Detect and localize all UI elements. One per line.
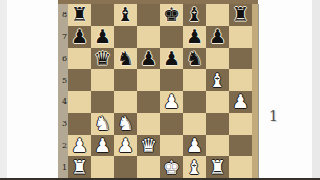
piece-black-bishop[interactable]: ♝ [117,5,134,24]
square-f1[interactable]: ♝ [183,156,206,178]
piece-black-king[interactable]: ♚ [163,5,180,24]
square-b6[interactable]: ♛ [91,48,114,70]
square-c1[interactable] [114,156,137,178]
square-c5[interactable] [114,69,137,91]
piece-white-rook[interactable]: ♜ [209,158,226,177]
square-d5[interactable] [137,69,160,91]
square-g5[interactable]: ♝ [206,69,229,91]
rank-label-margin: 87654321 [58,4,68,178]
square-d3[interactable] [137,113,160,135]
rank-label-4: 4 [58,91,67,113]
piece-black-pawn[interactable]: ♟ [94,27,111,46]
bottom-frame-edge [0,178,320,180]
piece-white-pawn[interactable]: ♟ [163,92,180,111]
square-e3[interactable] [160,113,183,135]
square-b1[interactable] [91,156,114,178]
square-g8[interactable] [206,4,229,26]
piece-white-bishop[interactable]: ♝ [209,71,226,90]
left-gray-strip [0,0,7,180]
square-e2[interactable] [160,135,183,157]
square-e4[interactable]: ♟ [160,91,183,113]
square-d8[interactable] [137,4,160,26]
piece-white-pawn[interactable]: ♟ [232,92,249,111]
square-b4[interactable] [91,91,114,113]
square-b5[interactable] [91,69,114,91]
square-c8[interactable]: ♝ [114,4,137,26]
piece-black-pawn[interactable]: ♟ [140,49,157,68]
square-b2[interactable]: ♟ [91,135,114,157]
square-f2[interactable]: ♟ [183,135,206,157]
square-e6[interactable]: ♟ [160,48,183,70]
rank-label-5: 5 [58,69,67,91]
square-h3[interactable] [229,113,252,135]
square-c4[interactable] [114,91,137,113]
square-f5[interactable] [183,69,206,91]
square-f7[interactable]: ♟ [183,26,206,48]
square-e1[interactable]: ♚ [160,156,183,178]
piece-black-pawn[interactable]: ♟ [163,49,180,68]
square-a2[interactable]: ♟ [68,135,91,157]
square-h8[interactable]: ♜ [229,4,252,26]
board-grid: ♜♝♚♝♜♟♟♟♟♛♞♟♟♞♝♟♟♞♞♟♟♟♛♟♜♚♝♜ [68,4,252,178]
piece-white-bishop[interactable]: ♝ [186,158,203,177]
square-f3[interactable] [183,113,206,135]
square-g3[interactable] [206,113,229,135]
square-d7[interactable] [137,26,160,48]
square-a1[interactable]: ♜ [68,156,91,178]
square-h5[interactable] [229,69,252,91]
piece-black-knight[interactable]: ♞ [117,49,134,68]
square-a6[interactable] [68,48,91,70]
square-c6[interactable]: ♞ [114,48,137,70]
piece-white-knight[interactable]: ♞ [117,114,134,133]
piece-white-pawn[interactable]: ♟ [186,136,203,155]
chess-board: 87654321 ♜♝♚♝♜♟♟♟♟♛♞♟♟♞♝♟♟♞♞♟♟♟♛♟♜♚♝♜ [58,0,259,180]
square-h4[interactable]: ♟ [229,91,252,113]
piece-black-bishop[interactable]: ♝ [186,5,203,24]
square-d1[interactable] [137,156,160,178]
square-b8[interactable] [91,4,114,26]
square-b3[interactable]: ♞ [91,113,114,135]
piece-black-pawn[interactable]: ♟ [209,27,226,46]
piece-black-pawn[interactable]: ♟ [71,27,88,46]
square-g1[interactable]: ♜ [206,156,229,178]
square-c3[interactable]: ♞ [114,113,137,135]
piece-black-queen[interactable]: ♛ [94,49,111,68]
square-f6[interactable]: ♞ [183,48,206,70]
square-d2[interactable]: ♛ [137,135,160,157]
piece-white-rook[interactable]: ♜ [71,158,88,177]
square-h2[interactable] [229,135,252,157]
square-e8[interactable]: ♚ [160,4,183,26]
board-right-border [252,4,259,178]
square-a3[interactable] [68,113,91,135]
square-c2[interactable]: ♟ [114,135,137,157]
video-frame: 87654321 ♜♝♚♝♜♟♟♟♟♛♞♟♟♞♝♟♟♞♞♟♟♟♛♟♜♚♝♜ 1 [0,0,320,180]
rank-label-8: 8 [58,4,67,26]
square-a7[interactable]: ♟ [68,26,91,48]
rank-label-2: 2 [58,135,67,157]
square-h6[interactable] [229,48,252,70]
piece-white-pawn[interactable]: ♟ [71,136,88,155]
square-a4[interactable] [68,91,91,113]
piece-white-queen[interactable]: ♛ [140,136,157,155]
piece-white-king[interactable]: ♚ [163,158,180,177]
move-number: 1 [269,108,278,124]
square-f8[interactable]: ♝ [183,4,206,26]
piece-white-knight[interactable]: ♞ [94,114,111,133]
rank-label-7: 7 [58,26,67,48]
rank-label-3: 3 [58,113,67,135]
piece-black-pawn[interactable]: ♟ [186,27,203,46]
square-h1[interactable] [229,156,252,178]
square-g6[interactable] [206,48,229,70]
square-e5[interactable] [160,69,183,91]
piece-black-rook[interactable]: ♜ [232,5,249,24]
square-e7[interactable] [160,26,183,48]
square-g2[interactable] [206,135,229,157]
square-d6[interactable]: ♟ [137,48,160,70]
square-c7[interactable] [114,26,137,48]
square-g7[interactable]: ♟ [206,26,229,48]
square-a5[interactable] [68,69,91,91]
rank-label-6: 6 [58,48,67,70]
square-a8[interactable]: ♜ [68,4,91,26]
square-d4[interactable] [137,91,160,113]
square-f4[interactable] [183,91,206,113]
piece-white-pawn[interactable]: ♟ [94,136,111,155]
square-b7[interactable]: ♟ [91,26,114,48]
square-g4[interactable] [206,91,229,113]
right-gray-strip [312,0,320,180]
rank-label-1: 1 [58,156,67,178]
square-h7[interactable] [229,26,252,48]
piece-white-pawn[interactable]: ♟ [117,136,134,155]
piece-black-knight[interactable]: ♞ [186,49,203,68]
piece-black-rook[interactable]: ♜ [71,5,88,24]
